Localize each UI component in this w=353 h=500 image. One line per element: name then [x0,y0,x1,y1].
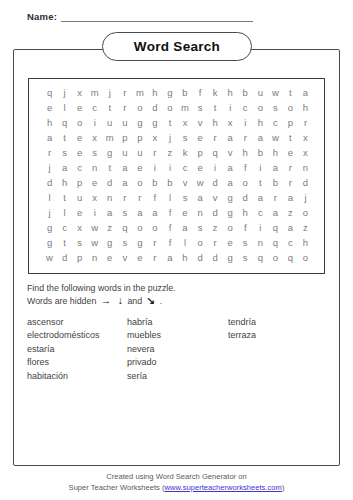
grid-cell: t [102,160,117,175]
grid-cell: x [87,130,102,145]
grid-cell: e [72,100,87,115]
word-list-item: tendría [228,316,318,329]
footer-line2-suffix: ) [282,483,285,492]
word-list-item: habría [127,316,228,329]
instructions-line2: Words are hidden → ↓ and ↘ . [27,295,176,308]
grid-cell: n [253,235,268,250]
grid-cell: w [268,85,283,100]
grid-cell: e [223,235,238,250]
grid-cell: s [72,235,87,250]
grid-cell: c [87,100,102,115]
grid-cell: u [102,115,117,130]
grid-cell: i [87,115,102,130]
grid-cell: j [57,85,72,100]
grid-cell: a [268,205,283,220]
grid-cell: e [87,175,102,190]
grid-cell: s [177,130,192,145]
grid-cell: a [253,190,268,205]
grid-cell: z [208,220,223,235]
grid-cell: o [283,100,298,115]
grid-cell: z [298,220,313,235]
grid-cell: e [102,250,117,265]
grid-cell: q [117,220,132,235]
grid-cell: c [283,235,298,250]
grid-cell: g [102,235,117,250]
grid-cell: g [223,190,238,205]
grid-cell: w [87,235,102,250]
grid-cell: p [117,130,132,145]
grid-cell: r [238,130,253,145]
grid-cell: h [223,85,238,100]
grid-cell: d [102,175,117,190]
grid-cell: x [298,145,313,160]
grid-cell: s [193,100,208,115]
grid-cell: h [253,115,268,130]
grid-cell: f [162,235,177,250]
grid-cell: r [298,115,313,130]
grid-cell: a [42,130,57,145]
grid-cell: z [283,205,298,220]
grid-cell: a [117,175,132,190]
grid-cell: g [162,85,177,100]
grid-cell: e [132,250,147,265]
grid-cell: u [72,190,87,205]
grid-cell: k [177,145,192,160]
grid-cell: w [42,250,57,265]
grid-cell: a [283,220,298,235]
grid-cell: m [132,85,147,100]
grid-cell: x [223,115,238,130]
grid-cell: h [238,205,253,220]
grid-cell: b [268,175,283,190]
grid-cell: h [208,115,223,130]
grid-cell: r [117,85,132,100]
grid-cell: j [42,205,57,220]
grid-cell: r [147,145,162,160]
grid-cell: h [268,145,283,160]
grid-cell: f [238,160,253,175]
grid-cell: l [42,190,57,205]
grid-cell: q [283,250,298,265]
diagonal-down-right-arrow-icon: ↘ [147,294,156,306]
grid-cell: s [117,235,132,250]
grid-cell: p [283,115,298,130]
grid-cell: f [147,190,162,205]
grid-cell: s [57,145,72,160]
grid-cell: v [223,145,238,160]
grid-cell: o [132,220,147,235]
grid-cell: l [177,235,192,250]
grid-cell: x [298,130,313,145]
grid-cell: d [208,175,223,190]
footer-line2: Super Teacher Worksheets (www.superteach… [0,483,353,494]
grid-cell: w [268,130,283,145]
grid-cell: w [193,175,208,190]
grid-cell: s [177,190,192,205]
grid-cell: o [298,250,313,265]
name-label: Name: [27,11,57,22]
grid-cell: i [162,160,177,175]
name-row: Name: [27,11,253,22]
word-grid: qjxmjrmhgbfkhbuwtaelectrodomsticosohhqoi… [42,85,313,265]
grid-cell: o [147,220,162,235]
grid-cell: h [42,115,57,130]
grid-cell: t [208,100,223,115]
grid-cell: p [72,250,87,265]
grid-cell: i [147,160,162,175]
grid-cell: g [147,115,162,130]
grid-cell: x [72,220,87,235]
grid-cell: h [298,235,313,250]
grid-cell: r [208,130,223,145]
down-arrow-icon: ↓ [118,294,123,306]
grid-cell: a [223,160,238,175]
grid-cell: o [132,175,147,190]
grid-cell: v [208,190,223,205]
grid-cell: o [132,100,147,115]
grid-cell: f [162,205,177,220]
word-list-item: ascensor [27,316,127,329]
grid-cell: h [238,145,253,160]
grid-cell: q [57,115,72,130]
grid-cell: d [298,175,313,190]
grid-cell: e [193,160,208,175]
word-list-item: habitación [27,370,127,383]
grid-cell: l [162,190,177,205]
grid-cell: s [268,100,283,115]
grid-cell: d [42,175,57,190]
grid-cell: e [72,130,87,145]
grid-cell: n [87,250,102,265]
grid-cell: o [253,100,268,115]
grid-cell: d [238,190,253,205]
grid-cell: w [87,220,102,235]
grid-cell: e [72,145,87,160]
grid-cell: z [102,220,117,235]
grid-cell: n [102,190,117,205]
grid-cell: f [193,85,208,100]
grid-cell: p [132,130,147,145]
grid-cell: c [177,160,192,175]
grid-cell: a [268,160,283,175]
grid-cell: t [102,100,117,115]
grid-cell: r [147,235,162,250]
footer-line1: Created using Word Search Generator on [0,472,353,483]
instructions-line1: Find the following words in the puzzle. [27,283,176,295]
grid-cell: u [117,115,132,130]
grid-cell: n [298,160,313,175]
footer-link[interactable]: www.superteacherworksheets.com [165,483,282,492]
puzzle-grid-box: qjxmjrmhgbfkhbuwtaelectrodomsticosohhqoi… [28,78,325,274]
grid-cell: q [253,250,268,265]
grid-cell: m [102,130,117,145]
grid-cell: x [177,115,192,130]
grid-cell: h [147,85,162,100]
right-arrow-icon: → [101,294,112,306]
word-list-column-3: tendríaterraza [228,316,318,383]
word-list-column-1: ascensorelectrodomésticosestaríafloresha… [27,316,127,383]
grid-cell: g [223,250,238,265]
grid-cell: r [117,190,132,205]
grid-cell: d [147,100,162,115]
grid-cell: a [253,130,268,145]
word-list-item: privado [127,356,228,369]
grid-cell: c [72,160,87,175]
grid-cell: r [42,145,57,160]
grid-cell: o [162,100,177,115]
grid-cell: t [57,130,72,145]
grid-cell: s [238,235,253,250]
grid-cell: e [177,205,192,220]
name-blank-line[interactable] [61,11,253,22]
grid-cell: d [57,250,72,265]
grid-cell: i [87,205,102,220]
grid-cell: q [42,85,57,100]
grid-cell: g [42,235,57,250]
instructions-and-label: and [127,296,142,306]
grid-cell: l [57,205,72,220]
word-list-column-2: habríamueblesneveraprivadosería [127,316,228,383]
grid-cell: a [162,250,177,265]
grid-cell: a [283,190,298,205]
grid-cell: a [147,205,162,220]
grid-cell: a [223,130,238,145]
grid-cell: s [193,220,208,235]
grid-cell: j [102,85,117,100]
grid-cell: r [208,235,223,250]
grid-cell: r [283,175,298,190]
grid-cell: r [147,250,162,265]
grid-cell: o [72,115,87,130]
grid-cell: v [193,115,208,130]
grid-cell: j [162,130,177,145]
grid-cell: s [117,205,132,220]
grid-cell: t [57,235,72,250]
grid-cell: f [238,220,253,235]
grid-cell: x [72,85,87,100]
grid-cell: f [162,220,177,235]
grid-cell: c [253,205,268,220]
grid-cell: p [72,175,87,190]
grid-cell: p [193,145,208,160]
grid-cell: b [253,145,268,160]
word-list: ascensorelectrodomésticosestaríafloresha… [27,316,318,383]
grid-cell: i [223,100,238,115]
grid-cell: e [283,145,298,160]
grid-cell: i [253,220,268,235]
grid-cell: g [132,115,147,130]
grid-cell: t [283,85,298,100]
grid-cell: c [268,115,283,130]
grid-cell: v [177,175,192,190]
grid-cell: d [208,250,223,265]
word-list-item: sería [127,370,228,383]
grid-cell: s [87,145,102,160]
grid-cell: t [253,175,268,190]
grid-cell: q [268,220,283,235]
word-list-item: terraza [228,329,318,342]
grid-cell: d [208,205,223,220]
grid-cell: u [253,85,268,100]
grid-cell: e [72,205,87,220]
grid-cell: b [238,85,253,100]
grid-cell: e [132,160,147,175]
title-capsule: Word Search [102,32,252,61]
grid-cell: n [87,160,102,175]
grid-cell: i [253,160,268,175]
grid-cell: z [162,145,177,160]
grid-cell: i [238,115,253,130]
grid-cell: e [42,100,57,115]
worksheet-page: Name: Word Search qjxmjrmhgbfkhbuwtaelec… [0,0,353,500]
page-title: Word Search [134,39,220,54]
grid-cell: l [57,100,72,115]
grid-cell: b [177,85,192,100]
grid-cell: a [177,220,192,235]
grid-cell: j [42,160,57,175]
grid-cell: g [223,205,238,220]
grid-cell: j [298,190,313,205]
grid-cell: a [193,190,208,205]
instructions: Find the following words in the puzzle. … [27,283,176,307]
word-list-item: flores [27,356,127,369]
word-list-item: nevera [127,343,228,356]
word-list-item: estaría [27,343,127,356]
grid-cell: q [268,235,283,250]
grid-cell: i [208,160,223,175]
grid-cell: b [147,175,162,190]
grid-cell: b [162,175,177,190]
grid-cell: r [283,160,298,175]
grid-cell: v [117,250,132,265]
grid-cell: x [87,190,102,205]
footer: Created using Word Search Generator on S… [0,472,353,493]
grid-cell: g [132,235,147,250]
grid-cell: a [102,205,117,220]
grid-cell: t [57,190,72,205]
grid-cell: g [42,220,57,235]
grid-cell: t [162,115,177,130]
grid-cell: r [132,190,147,205]
footer-line2-prefix: Super Teacher Worksheets ( [69,483,165,492]
grid-cell: t [283,130,298,145]
grid-cell: c [57,220,72,235]
grid-cell: a [298,85,313,100]
grid-cell: o [268,250,283,265]
grid-cell: m [177,100,192,115]
grid-cell: a [223,175,238,190]
grid-cell: o [298,205,313,220]
grid-cell: a [57,160,72,175]
grid-cell: e [193,130,208,145]
grid-cell: s [238,250,253,265]
grid-cell: c [238,100,253,115]
instructions-line2-prefix: Words are hidden [27,296,96,306]
grid-cell: d [193,250,208,265]
grid-cell: k [208,85,223,100]
word-list-item: electrodomésticos [27,329,127,342]
grid-cell: h [177,250,192,265]
grid-cell: h [298,100,313,115]
instructions-line2-suffix: . [160,296,162,306]
grid-cell: u [117,145,132,160]
grid-cell: r [268,190,283,205]
grid-cell: x [147,130,162,145]
grid-cell: h [57,175,72,190]
grid-cell: o [238,175,253,190]
grid-cell: q [208,145,223,160]
grid-cell: n [193,205,208,220]
grid-cell: g [102,145,117,160]
grid-cell: r [117,100,132,115]
word-list-item: muebles [127,329,228,342]
grid-cell: a [117,160,132,175]
grid-cell: o [223,220,238,235]
grid-cell: a [132,205,147,220]
grid-cell: o [193,235,208,250]
grid-cell: u [132,145,147,160]
grid-cell: m [87,85,102,100]
